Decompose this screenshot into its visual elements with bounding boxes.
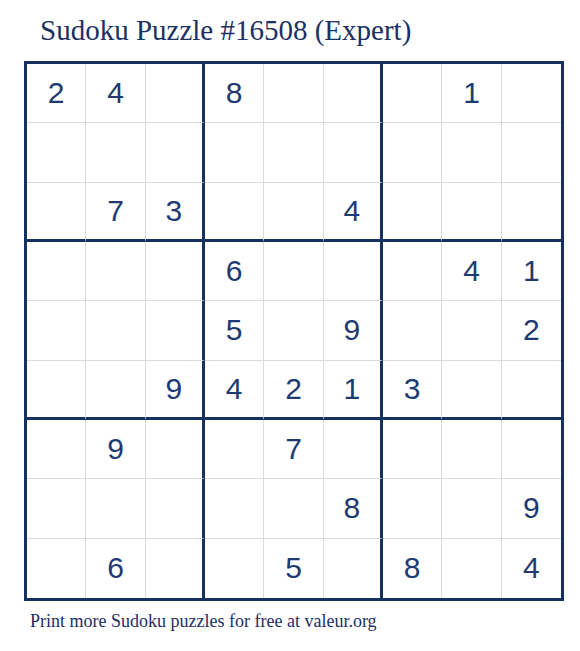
sudoku-cell-empty (264, 123, 323, 182)
sudoku-cell-given: 8 (383, 539, 442, 598)
sudoku-cell-empty (86, 242, 145, 301)
sudoku-cell-empty (27, 242, 86, 301)
sudoku-cell-empty (27, 539, 86, 598)
sudoku-cell-empty (27, 123, 86, 182)
sudoku-cell-empty (383, 64, 442, 123)
sudoku-cell-empty (205, 183, 264, 242)
sudoku-cell-given: 1 (442, 64, 501, 123)
sudoku-cell-empty (502, 183, 561, 242)
sudoku-cell-empty (383, 123, 442, 182)
sudoku-cell-empty (383, 301, 442, 360)
sudoku-cell-empty (27, 420, 86, 479)
sudoku-cell-given: 3 (383, 361, 442, 420)
sudoku-cell-empty (86, 123, 145, 182)
sudoku-cell-given: 5 (264, 539, 323, 598)
sudoku-cell-given: 2 (264, 361, 323, 420)
sudoku-cell-given: 9 (86, 420, 145, 479)
sudoku-cell-empty (146, 64, 205, 123)
sudoku-cell-empty (146, 123, 205, 182)
sudoku-cell-given: 4 (86, 64, 145, 123)
sudoku-cell-empty (264, 64, 323, 123)
page-title: Sudoku Puzzle #16508 (Expert) (40, 14, 411, 47)
sudoku-cell-empty (27, 479, 86, 538)
sudoku-cell-empty (324, 64, 383, 123)
sudoku-cell-given: 9 (146, 361, 205, 420)
sudoku-cell-empty (442, 479, 501, 538)
sudoku-cell-empty (205, 420, 264, 479)
sudoku-cell-given: 5 (205, 301, 264, 360)
sudoku-cell-empty (264, 242, 323, 301)
sudoku-cell-empty (442, 301, 501, 360)
sudoku-cell-empty (383, 420, 442, 479)
sudoku-cell-given: 7 (86, 183, 145, 242)
sudoku-cell-empty (502, 64, 561, 123)
sudoku-cell-empty (383, 479, 442, 538)
sudoku-cell-empty (146, 242, 205, 301)
sudoku-cell-given: 4 (324, 183, 383, 242)
sudoku-cell-empty (442, 361, 501, 420)
sudoku-cell-empty (442, 183, 501, 242)
sudoku-cell-empty (86, 301, 145, 360)
sudoku-cell-empty (146, 420, 205, 479)
sudoku-cell-given: 6 (205, 242, 264, 301)
sudoku-cell-empty (324, 420, 383, 479)
sudoku-cell-given: 8 (324, 479, 383, 538)
footer-credit: Print more Sudoku puzzles for free at va… (30, 611, 377, 632)
sudoku-cell-empty (146, 539, 205, 598)
sudoku-cell-empty (324, 123, 383, 182)
sudoku-cell-given: 4 (502, 539, 561, 598)
sudoku-cell-given: 3 (146, 183, 205, 242)
sudoku-cell-given: 2 (27, 64, 86, 123)
sudoku-cell-empty (86, 479, 145, 538)
sudoku-cell-empty (442, 123, 501, 182)
sudoku-cell-empty (324, 539, 383, 598)
sudoku-cell-given: 8 (205, 64, 264, 123)
sudoku-cell-empty (502, 420, 561, 479)
sudoku-cell-given: 2 (502, 301, 561, 360)
sudoku-cell-empty (205, 479, 264, 538)
sudoku-cell-empty (383, 183, 442, 242)
sudoku-cell-given: 7 (264, 420, 323, 479)
sudoku-cell-given: 9 (324, 301, 383, 360)
sudoku-cell-empty (442, 420, 501, 479)
sudoku-cell-empty (146, 301, 205, 360)
sudoku-cell-empty (27, 301, 86, 360)
sudoku-cell-empty (383, 242, 442, 301)
sudoku-cell-empty (27, 361, 86, 420)
sudoku-cell-empty (205, 539, 264, 598)
sudoku-cell-empty (442, 539, 501, 598)
sudoku-cell-empty (146, 479, 205, 538)
sudoku-cell-empty (264, 301, 323, 360)
sudoku-cell-empty (205, 123, 264, 182)
sudoku-cell-empty (264, 183, 323, 242)
sudoku-cell-empty (324, 242, 383, 301)
sudoku-cell-empty (86, 361, 145, 420)
sudoku-cell-empty (502, 361, 561, 420)
sudoku-cell-empty (264, 479, 323, 538)
sudoku-cell-given: 1 (324, 361, 383, 420)
sudoku-cell-empty (27, 183, 86, 242)
sudoku-cell-empty (502, 123, 561, 182)
sudoku-cell-given: 4 (442, 242, 501, 301)
sudoku-cell-given: 1 (502, 242, 561, 301)
sudoku-grid: 24817346415929421397896584 (24, 61, 564, 601)
sudoku-cell-given: 9 (502, 479, 561, 538)
sudoku-cell-given: 6 (86, 539, 145, 598)
sudoku-cell-given: 4 (205, 361, 264, 420)
